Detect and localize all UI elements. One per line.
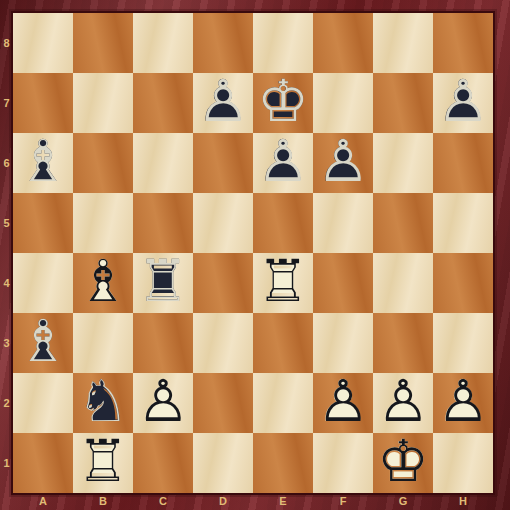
file-label-f: F bbox=[313, 494, 373, 510]
file-label-a: A bbox=[13, 494, 73, 510]
square-a4[interactable] bbox=[13, 253, 73, 313]
piece-black-bishop[interactable]: ♝♗ bbox=[13, 133, 73, 193]
square-a8[interactable] bbox=[13, 13, 73, 73]
square-b7[interactable] bbox=[73, 73, 133, 133]
square-g8[interactable] bbox=[373, 13, 433, 73]
square-g2[interactable]: ♟♙ bbox=[373, 373, 433, 433]
black-rook-outline-icon: ♖ bbox=[133, 253, 193, 313]
square-f2[interactable]: ♟♙ bbox=[313, 373, 373, 433]
square-g3[interactable] bbox=[373, 313, 433, 373]
square-d2[interactable] bbox=[193, 373, 253, 433]
square-c4[interactable]: ♜♖ bbox=[133, 253, 193, 313]
square-a1[interactable] bbox=[13, 433, 73, 493]
square-g5[interactable] bbox=[373, 193, 433, 253]
piece-white-rook[interactable]: ♜♖ bbox=[253, 253, 313, 313]
square-h5[interactable] bbox=[433, 193, 493, 253]
black-pawn-outline-icon: ♙ bbox=[433, 73, 493, 133]
rank-label-8: 8 bbox=[0, 13, 13, 73]
square-c3[interactable] bbox=[133, 313, 193, 373]
square-e2[interactable] bbox=[253, 373, 313, 433]
square-a7[interactable] bbox=[13, 73, 73, 133]
square-b1[interactable]: ♜♖ bbox=[73, 433, 133, 493]
square-c8[interactable] bbox=[133, 13, 193, 73]
file-label-h: H bbox=[433, 494, 493, 510]
square-b2[interactable]: ♞♘ bbox=[73, 373, 133, 433]
square-c5[interactable] bbox=[133, 193, 193, 253]
rank-label-6: 6 bbox=[0, 133, 13, 193]
square-b5[interactable] bbox=[73, 193, 133, 253]
square-b4[interactable]: ♝♗ bbox=[73, 253, 133, 313]
rank-label-4: 4 bbox=[0, 253, 13, 313]
square-c7[interactable] bbox=[133, 73, 193, 133]
piece-black-knight[interactable]: ♞♘ bbox=[73, 373, 133, 433]
square-g7[interactable] bbox=[373, 73, 433, 133]
white-rook-outline-icon: ♖ bbox=[73, 433, 133, 493]
piece-black-pawn[interactable]: ♟♙ bbox=[193, 73, 253, 133]
square-a2[interactable] bbox=[13, 373, 73, 433]
white-king-outline-icon: ♔ bbox=[373, 433, 433, 493]
square-d6[interactable] bbox=[193, 133, 253, 193]
piece-black-rook[interactable]: ♜♖ bbox=[133, 253, 193, 313]
piece-white-rook[interactable]: ♜♖ bbox=[73, 433, 133, 493]
square-f1[interactable] bbox=[313, 433, 373, 493]
square-f6[interactable]: ♟♙ bbox=[313, 133, 373, 193]
white-pawn-outline-icon: ♙ bbox=[133, 373, 193, 433]
square-d1[interactable] bbox=[193, 433, 253, 493]
file-label-e: E bbox=[253, 494, 313, 510]
piece-white-king[interactable]: ♚♔ bbox=[373, 433, 433, 493]
black-pawn-outline-icon: ♙ bbox=[313, 133, 373, 193]
piece-black-bishop[interactable]: ♝♗ bbox=[13, 313, 73, 373]
square-h7[interactable]: ♟♙ bbox=[433, 73, 493, 133]
square-f5[interactable] bbox=[313, 193, 373, 253]
black-bishop-outline-icon: ♗ bbox=[13, 133, 73, 193]
square-f8[interactable] bbox=[313, 13, 373, 73]
chess-board: ♟♙♚♔♟♙♝♗♟♙♟♙♝♗♜♖♜♖♝♗♞♘♟♙♟♙♟♙♟♙♜♖♚♔ bbox=[13, 13, 493, 493]
square-h6[interactable] bbox=[433, 133, 493, 193]
piece-black-king[interactable]: ♚♔ bbox=[253, 73, 313, 133]
rank-label-2: 2 bbox=[0, 373, 13, 433]
square-b6[interactable] bbox=[73, 133, 133, 193]
square-d3[interactable] bbox=[193, 313, 253, 373]
white-pawn-outline-icon: ♙ bbox=[373, 373, 433, 433]
piece-black-pawn[interactable]: ♟♙ bbox=[433, 73, 493, 133]
chessboard-screenshot: ♟♙♚♔♟♙♝♗♟♙♟♙♝♗♜♖♜♖♝♗♞♘♟♙♟♙♟♙♟♙♜♖♚♔ 12345… bbox=[0, 0, 510, 510]
piece-white-pawn[interactable]: ♟♙ bbox=[373, 373, 433, 433]
piece-white-pawn[interactable]: ♟♙ bbox=[313, 373, 373, 433]
square-e5[interactable] bbox=[253, 193, 313, 253]
square-b8[interactable] bbox=[73, 13, 133, 73]
square-f7[interactable] bbox=[313, 73, 373, 133]
file-label-g: G bbox=[373, 494, 433, 510]
square-d4[interactable] bbox=[193, 253, 253, 313]
square-c6[interactable] bbox=[133, 133, 193, 193]
square-h1[interactable] bbox=[433, 433, 493, 493]
piece-black-pawn[interactable]: ♟♙ bbox=[253, 133, 313, 193]
square-a6[interactable]: ♝♗ bbox=[13, 133, 73, 193]
square-a5[interactable] bbox=[13, 193, 73, 253]
square-b3[interactable] bbox=[73, 313, 133, 373]
square-h8[interactable] bbox=[433, 13, 493, 73]
square-d8[interactable] bbox=[193, 13, 253, 73]
black-pawn-outline-icon: ♙ bbox=[253, 133, 313, 193]
black-king-outline-icon: ♔ bbox=[253, 73, 313, 133]
white-rook-outline-icon: ♖ bbox=[253, 253, 313, 313]
square-e6[interactable]: ♟♙ bbox=[253, 133, 313, 193]
square-g6[interactable] bbox=[373, 133, 433, 193]
black-pawn-outline-icon: ♙ bbox=[193, 73, 253, 133]
square-h2[interactable]: ♟♙ bbox=[433, 373, 493, 433]
piece-white-pawn[interactable]: ♟♙ bbox=[133, 373, 193, 433]
white-bishop-outline-icon: ♗ bbox=[73, 253, 133, 313]
square-f3[interactable] bbox=[313, 313, 373, 373]
black-bishop-outline-icon: ♗ bbox=[13, 313, 73, 373]
square-e1[interactable] bbox=[253, 433, 313, 493]
rank-label-1: 1 bbox=[0, 433, 13, 493]
square-d7[interactable]: ♟♙ bbox=[193, 73, 253, 133]
piece-black-pawn[interactable]: ♟♙ bbox=[313, 133, 373, 193]
white-pawn-outline-icon: ♙ bbox=[313, 373, 373, 433]
file-label-d: D bbox=[193, 494, 253, 510]
white-pawn-outline-icon: ♙ bbox=[433, 373, 493, 433]
square-a3[interactable]: ♝♗ bbox=[13, 313, 73, 373]
square-e7[interactable]: ♚♔ bbox=[253, 73, 313, 133]
rank-label-7: 7 bbox=[0, 73, 13, 133]
rank-label-5: 5 bbox=[0, 193, 13, 253]
square-e4[interactable]: ♜♖ bbox=[253, 253, 313, 313]
square-g1[interactable]: ♚♔ bbox=[373, 433, 433, 493]
black-knight-outline-icon: ♘ bbox=[73, 373, 133, 433]
file-label-b: B bbox=[73, 494, 133, 510]
piece-white-pawn[interactable]: ♟♙ bbox=[433, 373, 493, 433]
piece-white-bishop[interactable]: ♝♗ bbox=[73, 253, 133, 313]
square-e8[interactable] bbox=[253, 13, 313, 73]
square-h4[interactable] bbox=[433, 253, 493, 313]
square-e3[interactable] bbox=[253, 313, 313, 373]
file-label-c: C bbox=[133, 494, 193, 510]
rank-label-3: 3 bbox=[0, 313, 13, 373]
square-d5[interactable] bbox=[193, 193, 253, 253]
square-f4[interactable] bbox=[313, 253, 373, 313]
square-g4[interactable] bbox=[373, 253, 433, 313]
square-c2[interactable]: ♟♙ bbox=[133, 373, 193, 433]
square-c1[interactable] bbox=[133, 433, 193, 493]
square-h3[interactable] bbox=[433, 313, 493, 373]
